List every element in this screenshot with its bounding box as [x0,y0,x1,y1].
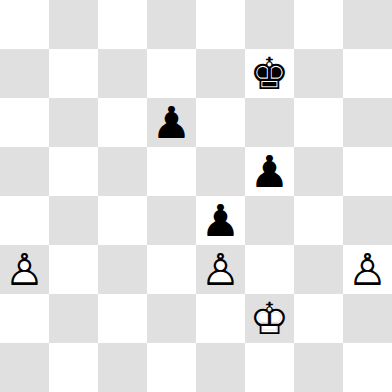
black-pawn-piece[interactable]: ♟ [245,147,294,196]
white-king-glyph: ♔ [250,297,289,341]
square-c1[interactable] [98,343,147,392]
square-b4[interactable] [49,196,98,245]
black-pawn-glyph: ♟ [201,199,240,243]
square-c4[interactable] [98,196,147,245]
square-f5[interactable]: ♟ [245,147,294,196]
square-b1[interactable] [49,343,98,392]
black-king-piece[interactable]: ♚ [245,49,294,98]
square-g6[interactable] [294,98,343,147]
white-pawn-piece[interactable]: ♟♙ [196,245,245,294]
square-c2[interactable] [98,294,147,343]
black-pawn-piece[interactable]: ♟ [196,196,245,245]
square-c8[interactable] [98,0,147,49]
square-h8[interactable] [343,0,392,49]
square-h2[interactable] [343,294,392,343]
black-king-glyph: ♚ [250,52,289,96]
square-f3[interactable] [245,245,294,294]
square-d8[interactable] [147,0,196,49]
square-g7[interactable] [294,49,343,98]
square-b7[interactable] [49,49,98,98]
square-g3[interactable] [294,245,343,294]
square-f8[interactable] [245,0,294,49]
square-a5[interactable] [0,147,49,196]
square-d2[interactable] [147,294,196,343]
white-pawn-glyph: ♙ [201,248,240,292]
black-pawn-glyph: ♟ [152,101,191,145]
square-b2[interactable] [49,294,98,343]
square-b3[interactable] [49,245,98,294]
square-h7[interactable] [343,49,392,98]
square-e8[interactable] [196,0,245,49]
square-a4[interactable] [0,196,49,245]
square-e1[interactable] [196,343,245,392]
square-g8[interactable] [294,0,343,49]
square-a3[interactable]: ♟♙ [0,245,49,294]
square-a2[interactable] [0,294,49,343]
white-pawn-piece[interactable]: ♟♙ [343,245,392,294]
square-f7[interactable]: ♚ [245,49,294,98]
square-g1[interactable] [294,343,343,392]
square-f1[interactable] [245,343,294,392]
square-h1[interactable] [343,343,392,392]
square-g5[interactable] [294,147,343,196]
square-d7[interactable] [147,49,196,98]
square-f6[interactable] [245,98,294,147]
square-h5[interactable] [343,147,392,196]
white-king-piece[interactable]: ♚♔ [245,294,294,343]
white-pawn-glyph: ♙ [348,248,387,292]
white-pawn-glyph: ♙ [5,248,44,292]
square-b8[interactable] [49,0,98,49]
square-a1[interactable] [0,343,49,392]
square-f2[interactable]: ♚♔ [245,294,294,343]
chess-board: ♚♟♟♟♟♙♟♙♟♙♚♔ [0,0,392,392]
square-d3[interactable] [147,245,196,294]
square-d4[interactable] [147,196,196,245]
square-a8[interactable] [0,0,49,49]
square-g2[interactable] [294,294,343,343]
square-c6[interactable] [98,98,147,147]
square-c7[interactable] [98,49,147,98]
square-c5[interactable] [98,147,147,196]
square-e3[interactable]: ♟♙ [196,245,245,294]
black-pawn-glyph: ♟ [250,150,289,194]
square-g4[interactable] [294,196,343,245]
square-b5[interactable] [49,147,98,196]
square-d5[interactable] [147,147,196,196]
square-a7[interactable] [0,49,49,98]
square-b6[interactable] [49,98,98,147]
square-a6[interactable] [0,98,49,147]
square-h3[interactable]: ♟♙ [343,245,392,294]
square-d6[interactable]: ♟ [147,98,196,147]
square-d1[interactable] [147,343,196,392]
square-e5[interactable] [196,147,245,196]
black-pawn-piece[interactable]: ♟ [147,98,196,147]
square-c3[interactable] [98,245,147,294]
square-e4[interactable]: ♟ [196,196,245,245]
square-h6[interactable] [343,98,392,147]
white-pawn-piece[interactable]: ♟♙ [0,245,49,294]
square-e6[interactable] [196,98,245,147]
square-h4[interactable] [343,196,392,245]
square-e7[interactable] [196,49,245,98]
square-f4[interactable] [245,196,294,245]
square-e2[interactable] [196,294,245,343]
